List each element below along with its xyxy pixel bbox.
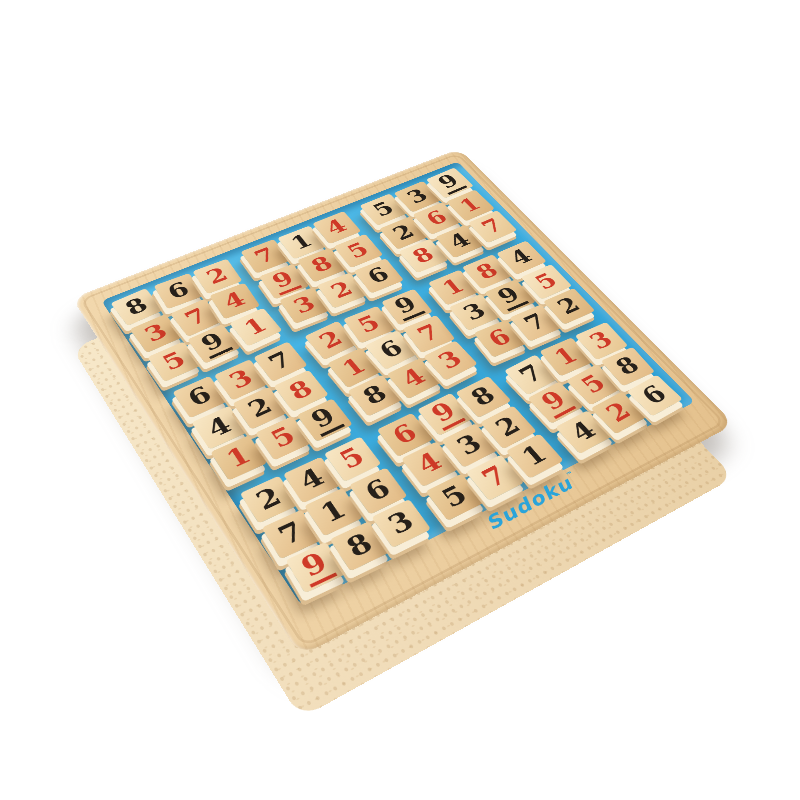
tile-digit: 2 [551, 293, 586, 319]
tile-digit: 8 [407, 244, 441, 268]
tile-digit: 3 [457, 299, 492, 325]
tile-digit: 4 [201, 412, 239, 443]
tile-digit: 6 [162, 278, 195, 304]
tile-digit: 7 [513, 360, 551, 389]
tile-digit: 9 [535, 386, 576, 419]
tile-digit: 2 [201, 264, 234, 289]
tile-digit: 3 [223, 365, 260, 394]
tile-digit: 7 [476, 215, 510, 238]
tile-digit: 9 [294, 547, 337, 588]
tile-digit: 2 [600, 398, 639, 428]
tile-digit: 5 [529, 269, 564, 294]
tile-digit: 9 [266, 268, 302, 296]
photo-scene: 8627145393749852615913268476372591844281… [0, 0, 800, 800]
tile-digit: 1 [336, 353, 373, 382]
tile-digit: 7 [179, 304, 214, 331]
tile-digit: 8 [282, 376, 319, 406]
tile-digit: 6 [373, 336, 410, 364]
tile-digit: 8 [305, 253, 339, 278]
tile-digit: 9 [491, 283, 529, 311]
tile-digit: 1 [454, 194, 487, 217]
tile-digit: 5 [333, 443, 372, 475]
tile-digit: 8 [464, 382, 502, 412]
tile-digit: 5 [367, 198, 400, 221]
tile-digit: 5 [435, 480, 475, 514]
tile-digit: 7 [262, 347, 299, 375]
tile-digit: 4 [410, 448, 449, 480]
tile-digit: 5 [575, 370, 613, 399]
tile-digit: 8 [609, 352, 646, 380]
tile-digit: 1 [436, 275, 471, 300]
tile-digit: 2 [249, 483, 288, 517]
tile-digit: 1 [548, 343, 585, 371]
tile-digit: 5 [156, 347, 192, 376]
tile-digit: 7 [249, 244, 282, 268]
tile-digit: 3 [288, 292, 322, 318]
tile-digit: 7 [411, 320, 446, 347]
tile-digit: 8 [470, 259, 504, 284]
tile-digit: 4 [395, 364, 432, 393]
tile-digit: 2 [489, 412, 528, 443]
tile-digit: 6 [386, 419, 425, 450]
tile-digit: 6 [362, 263, 396, 288]
tile-digit: 2 [387, 221, 420, 244]
tile-digit: 3 [401, 185, 434, 207]
tile-digit: 2 [313, 326, 349, 354]
tile-digit: 4 [218, 288, 252, 314]
tile-digit: 1 [238, 313, 274, 340]
tile-digit: 6 [358, 474, 398, 507]
tile-digit: 7 [271, 517, 311, 552]
tile-digit: 1 [515, 440, 554, 472]
tile-digit: 9 [425, 398, 466, 431]
tile-digit: 3 [583, 327, 619, 354]
tile-digit: 4 [443, 229, 477, 253]
tile-digit: 2 [325, 278, 359, 303]
tile-digit: 5 [352, 311, 387, 338]
tile-digit: 4 [504, 245, 538, 269]
tile-digit: 8 [356, 381, 394, 411]
tile-digit: 9 [388, 293, 425, 322]
tile-digit: 5 [342, 239, 376, 263]
tile-digit: 4 [564, 417, 603, 448]
tile-digit: 9 [305, 403, 345, 437]
tile-digit: 1 [314, 495, 354, 529]
tile-digit: 7 [518, 310, 554, 336]
tile-digit: 1 [285, 230, 318, 254]
tile-digit: 3 [139, 320, 175, 347]
tile-digit: 5 [264, 422, 302, 453]
tile-digit: 1 [220, 442, 258, 474]
tile-digit: 6 [635, 381, 674, 410]
tile-digit: 8 [340, 528, 380, 564]
tile-digit: 8 [119, 294, 154, 321]
tile-digit: 3 [381, 506, 421, 541]
tile-digit: 3 [450, 430, 489, 461]
tile-digit: 4 [320, 216, 353, 239]
tile-digit: 7 [475, 461, 515, 494]
tile-digit: 4 [293, 463, 332, 496]
tile-digit: 6 [420, 207, 453, 230]
tile-digit: 9 [432, 171, 467, 195]
tile-digit: 2 [242, 393, 279, 423]
tile-digit: 9 [195, 328, 233, 359]
tile-digit: 6 [182, 382, 219, 412]
tile-digit: 3 [432, 346, 469, 374]
tile-digit: 6 [482, 325, 518, 352]
